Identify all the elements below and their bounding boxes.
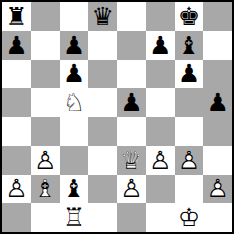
square-d2[interactable] xyxy=(88,175,117,204)
queen-glyph: ♛ xyxy=(89,2,117,30)
black-bishop-c2[interactable]: ♝ xyxy=(60,175,88,203)
white-pawn-g3[interactable]: ♟♙ xyxy=(175,146,203,174)
pawn-glyph: ♟ xyxy=(175,60,203,88)
black-pawn-c6[interactable]: ♟ xyxy=(60,60,88,88)
pawn-outline-glyph: ♙ xyxy=(146,146,174,174)
black-pawn-f7[interactable]: ♟ xyxy=(146,31,174,59)
square-c6[interactable]: ♟ xyxy=(60,60,89,89)
square-e2[interactable]: ♟♙ xyxy=(117,175,146,204)
square-g8[interactable]: ♚ xyxy=(175,2,204,31)
bishop-glyph: ♝ xyxy=(175,31,203,59)
square-b3[interactable]: ♟♙ xyxy=(31,146,60,175)
square-f1[interactable] xyxy=(146,203,175,232)
square-g7[interactable]: ♝ xyxy=(175,31,204,60)
pawn-outline-glyph: ♙ xyxy=(204,175,232,203)
square-a5[interactable] xyxy=(2,88,31,117)
square-f2[interactable] xyxy=(146,175,175,204)
black-pawn-h5[interactable]: ♟ xyxy=(204,89,232,117)
black-pawn-e5[interactable]: ♟ xyxy=(117,89,145,117)
square-d5[interactable] xyxy=(88,88,117,117)
white-pawn-f3[interactable]: ♟♙ xyxy=(146,146,174,174)
square-h6[interactable] xyxy=(203,60,232,89)
square-h7[interactable] xyxy=(203,31,232,60)
square-e4[interactable] xyxy=(117,117,146,146)
square-b5[interactable] xyxy=(31,88,60,117)
pawn-outline-glyph: ♙ xyxy=(175,146,203,174)
white-king-g1[interactable]: ♚♔ xyxy=(175,204,203,232)
square-h2[interactable]: ♟♙ xyxy=(203,175,232,204)
square-a8[interactable]: ♜ xyxy=(2,2,31,31)
knight-outline-glyph: ♘ xyxy=(60,89,88,117)
black-pawn-a7[interactable]: ♟ xyxy=(2,31,30,59)
square-d6[interactable] xyxy=(88,60,117,89)
black-king-g8[interactable]: ♚ xyxy=(175,2,203,30)
black-queen-d8[interactable]: ♛ xyxy=(89,2,117,30)
pawn-glyph: ♟ xyxy=(204,89,232,117)
square-b7[interactable] xyxy=(31,31,60,60)
pawn-glyph: ♟ xyxy=(146,31,174,59)
white-pawn-a2[interactable]: ♟♙ xyxy=(2,175,30,203)
square-a7[interactable]: ♟ xyxy=(2,31,31,60)
square-a2[interactable]: ♟♙ xyxy=(2,175,31,204)
square-b1[interactable] xyxy=(31,203,60,232)
square-f3[interactable]: ♟♙ xyxy=(146,146,175,175)
square-e6[interactable] xyxy=(117,60,146,89)
rook-glyph: ♜ xyxy=(2,2,30,30)
square-a3[interactable] xyxy=(2,146,31,175)
bishop-outline-glyph: ♗ xyxy=(31,175,59,203)
square-b6[interactable] xyxy=(31,60,60,89)
square-e7[interactable] xyxy=(117,31,146,60)
pawn-outline-glyph: ♙ xyxy=(2,175,30,203)
bishop-glyph: ♝ xyxy=(60,175,88,203)
pawn-outline-glyph: ♙ xyxy=(31,146,59,174)
square-c2[interactable]: ♝ xyxy=(60,175,89,204)
white-queen-e3[interactable]: ♛♕ xyxy=(117,146,145,174)
square-g4[interactable] xyxy=(175,117,204,146)
chess-board: ♜♛♚♟♟♟♝♟♟♞♘♟♟♟♙♛♕♟♙♟♙♟♙♝♗♝♟♙♟♙♜♖♚♔ xyxy=(2,2,232,232)
square-e5[interactable]: ♟ xyxy=(117,88,146,117)
pawn-glyph: ♟ xyxy=(60,31,88,59)
king-outline-glyph: ♔ xyxy=(175,204,203,232)
white-rook-c1[interactable]: ♜♖ xyxy=(60,204,88,232)
pawn-outline-glyph: ♙ xyxy=(117,175,145,203)
square-h8[interactable] xyxy=(203,2,232,31)
king-glyph: ♚ xyxy=(175,2,203,30)
white-knight-c5[interactable]: ♞♘ xyxy=(60,89,88,117)
white-pawn-h2[interactable]: ♟♙ xyxy=(204,175,232,203)
square-h3[interactable] xyxy=(203,146,232,175)
square-d8[interactable]: ♛ xyxy=(88,2,117,31)
chess-board-frame: ♜♛♚♟♟♟♝♟♟♞♘♟♟♟♙♛♕♟♙♟♙♟♙♝♗♝♟♙♟♙♜♖♚♔ xyxy=(0,0,234,234)
square-a6[interactable] xyxy=(2,60,31,89)
square-c1[interactable]: ♜♖ xyxy=(60,203,89,232)
square-c7[interactable]: ♟ xyxy=(60,31,89,60)
black-pawn-g6[interactable]: ♟ xyxy=(175,60,203,88)
square-f6[interactable] xyxy=(146,60,175,89)
square-h1[interactable] xyxy=(203,203,232,232)
square-f7[interactable]: ♟ xyxy=(146,31,175,60)
square-c4[interactable] xyxy=(60,117,89,146)
square-e1[interactable] xyxy=(117,203,146,232)
square-b2[interactable]: ♝♗ xyxy=(31,175,60,204)
pawn-glyph: ♟ xyxy=(117,89,145,117)
pawn-glyph: ♟ xyxy=(2,31,30,59)
square-a1[interactable] xyxy=(2,203,31,232)
pawn-glyph: ♟ xyxy=(60,60,88,88)
square-g5[interactable] xyxy=(175,88,204,117)
black-pawn-c7[interactable]: ♟ xyxy=(60,31,88,59)
square-g1[interactable]: ♚♔ xyxy=(175,203,204,232)
square-b8[interactable] xyxy=(31,2,60,31)
square-a4[interactable] xyxy=(2,117,31,146)
square-h5[interactable]: ♟ xyxy=(203,88,232,117)
square-c8[interactable] xyxy=(60,2,89,31)
black-bishop-g7[interactable]: ♝ xyxy=(175,31,203,59)
square-e8[interactable] xyxy=(117,2,146,31)
square-d1[interactable] xyxy=(88,203,117,232)
white-pawn-e2[interactable]: ♟♙ xyxy=(117,175,145,203)
square-g2[interactable] xyxy=(175,175,204,204)
square-f4[interactable] xyxy=(146,117,175,146)
rook-outline-glyph: ♖ xyxy=(60,204,88,232)
square-h4[interactable] xyxy=(203,117,232,146)
square-c5[interactable]: ♞♘ xyxy=(60,88,89,117)
white-bishop-b2[interactable]: ♝♗ xyxy=(31,175,59,203)
square-f5[interactable] xyxy=(146,88,175,117)
square-c3[interactable] xyxy=(60,146,89,175)
square-d4[interactable] xyxy=(88,117,117,146)
square-d3[interactable] xyxy=(88,146,117,175)
white-pawn-b3[interactable]: ♟♙ xyxy=(31,146,59,174)
queen-outline-glyph: ♕ xyxy=(117,146,145,174)
square-f8[interactable] xyxy=(146,2,175,31)
square-b4[interactable] xyxy=(31,117,60,146)
square-g6[interactable]: ♟ xyxy=(175,60,204,89)
black-rook-a8[interactable]: ♜ xyxy=(2,2,30,30)
square-d7[interactable] xyxy=(88,31,117,60)
square-g3[interactable]: ♟♙ xyxy=(175,146,204,175)
square-e3[interactable]: ♛♕ xyxy=(117,146,146,175)
